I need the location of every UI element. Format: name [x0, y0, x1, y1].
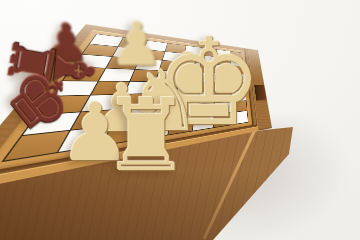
scene: ♟♜♝♚♟♚♝♞♟♜♟	[0, 0, 360, 240]
white-rook[interactable]: ♜	[101, 86, 191, 186]
